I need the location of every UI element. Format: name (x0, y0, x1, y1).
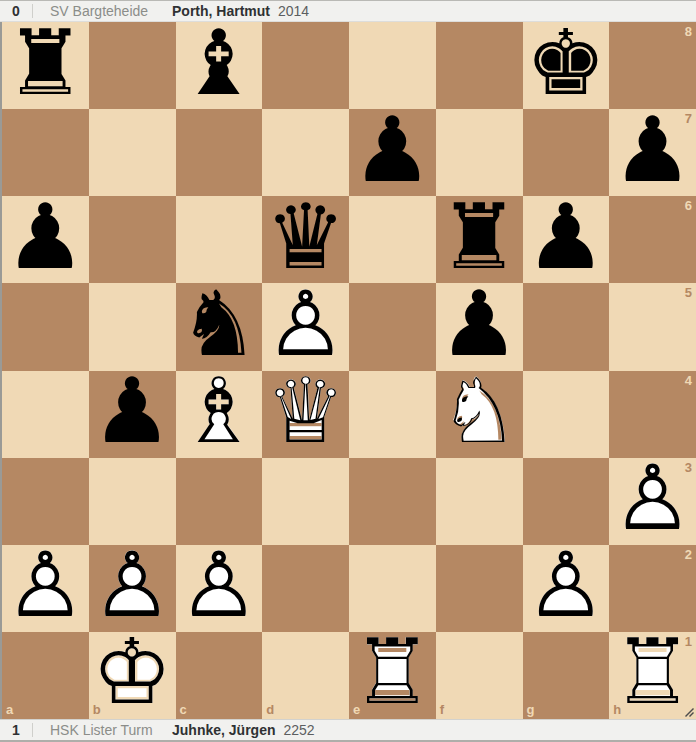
square-d5[interactable]: ♟♙ (262, 283, 349, 370)
square-a4[interactable] (2, 371, 89, 458)
white-player-name: Juhnke, Jürgen (172, 722, 275, 738)
square-d1[interactable]: d (262, 632, 349, 719)
square-b3[interactable] (89, 458, 176, 545)
black-player-name: Porth, Hartmut (172, 3, 270, 19)
black-team-name: SV Bargteheide (50, 3, 172, 19)
piece-white-pawn[interactable]: ♟♙ (176, 545, 263, 632)
square-h6[interactable]: 6 (609, 196, 696, 283)
square-g2[interactable]: ♟♙ (523, 545, 610, 632)
square-b1[interactable]: ♚♔b (89, 632, 176, 719)
piece-black-king[interactable]: ♚ (523, 22, 610, 109)
square-c2[interactable]: ♟♙ (176, 545, 263, 632)
square-g3[interactable] (523, 458, 610, 545)
square-a1[interactable]: a (2, 632, 89, 719)
square-f3[interactable] (436, 458, 523, 545)
square-c5[interactable]: ♞ (176, 283, 263, 370)
piece-black-pawn[interactable]: ♟ (349, 109, 436, 196)
square-f7[interactable] (436, 109, 523, 196)
coordinate-rank-6: 6 (685, 199, 692, 212)
square-e4[interactable] (349, 371, 436, 458)
piece-black-pawn[interactable]: ♟ (523, 196, 610, 283)
square-h3[interactable]: ♟♙3 (609, 458, 696, 545)
square-f8[interactable] (436, 22, 523, 109)
square-f1[interactable]: f (436, 632, 523, 719)
square-d3[interactable] (262, 458, 349, 545)
square-c1[interactable]: c (176, 632, 263, 719)
square-e7[interactable]: ♟ (349, 109, 436, 196)
square-d2[interactable] (262, 545, 349, 632)
square-a6[interactable]: ♟ (2, 196, 89, 283)
coordinate-file-b: b (93, 703, 101, 716)
piece-black-pawn[interactable]: ♟ (89, 371, 176, 458)
coordinate-file-h: h (613, 703, 621, 716)
piece-white-rook[interactable]: ♜♖ (349, 632, 436, 719)
black-player-rating: 2014 (278, 3, 309, 19)
square-e5[interactable] (349, 283, 436, 370)
square-e6[interactable] (349, 196, 436, 283)
coordinate-file-a: a (6, 703, 13, 716)
square-c8[interactable]: ♝ (176, 22, 263, 109)
square-c4[interactable]: ♝♗ (176, 371, 263, 458)
square-g8[interactable]: ♚ (523, 22, 610, 109)
square-f4[interactable]: ♞♘ (436, 371, 523, 458)
white-team-name: HSK Lister Turm (50, 722, 172, 738)
square-h4[interactable]: 4 (609, 371, 696, 458)
piece-white-queen[interactable]: ♛♕ (262, 371, 349, 458)
square-h8[interactable]: 8 (609, 22, 696, 109)
coordinate-rank-5: 5 (685, 286, 692, 299)
square-d4[interactable]: ♛♕ (262, 371, 349, 458)
coordinate-rank-4: 4 (685, 374, 692, 387)
square-b7[interactable] (89, 109, 176, 196)
chess-board: ♜♝♚8♟♟7♟♛♜♟6♞♟♙♟5♟♝♗♛♕♞♘4♟♙3♟♙♟♙♟♙♟♙2a♚♔… (2, 22, 696, 719)
piece-black-rook[interactable]: ♜ (2, 22, 89, 109)
coordinate-file-e: e (353, 703, 360, 716)
square-a2[interactable]: ♟♙ (2, 545, 89, 632)
piece-black-knight[interactable]: ♞ (176, 283, 263, 370)
square-b8[interactable] (89, 22, 176, 109)
piece-white-pawn[interactable]: ♟♙ (609, 458, 696, 545)
square-b2[interactable]: ♟♙ (89, 545, 176, 632)
piece-white-pawn[interactable]: ♟♙ (523, 545, 610, 632)
white-score-bar: 1 HSK Lister Turm Juhnke, Jürgen 2252 (0, 719, 696, 742)
square-c6[interactable] (176, 196, 263, 283)
coordinate-rank-8: 8 (685, 25, 692, 38)
piece-white-bishop[interactable]: ♝♗ (176, 371, 263, 458)
square-f2[interactable] (436, 545, 523, 632)
square-d6[interactable]: ♛ (262, 196, 349, 283)
piece-black-queen[interactable]: ♛ (262, 196, 349, 283)
white-score: 1 (0, 722, 32, 738)
square-h2[interactable]: 2 (609, 545, 696, 632)
square-g1[interactable]: g (523, 632, 610, 719)
square-h7[interactable]: ♟7 (609, 109, 696, 196)
square-g4[interactable] (523, 371, 610, 458)
square-d7[interactable] (262, 109, 349, 196)
square-d8[interactable] (262, 22, 349, 109)
piece-white-knight[interactable]: ♞♘ (436, 371, 523, 458)
resize-grip-icon[interactable] (682, 705, 695, 718)
piece-white-pawn[interactable]: ♟♙ (89, 545, 176, 632)
square-f5[interactable]: ♟ (436, 283, 523, 370)
square-a3[interactable] (2, 458, 89, 545)
square-a7[interactable] (2, 109, 89, 196)
square-c7[interactable] (176, 109, 263, 196)
square-f6[interactable]: ♜ (436, 196, 523, 283)
piece-black-pawn[interactable]: ♟ (2, 196, 89, 283)
square-b4[interactable]: ♟ (89, 371, 176, 458)
piece-white-pawn[interactable]: ♟♙ (2, 545, 89, 632)
piece-black-rook[interactable]: ♜ (436, 196, 523, 283)
square-e8[interactable] (349, 22, 436, 109)
black-score: 0 (0, 3, 32, 19)
white-player-rating: 2252 (283, 722, 314, 738)
chess-board-container: ♜♝♚8♟♟7♟♛♜♟6♞♟♙♟5♟♝♗♛♕♞♘4♟♙3♟♙♟♙♟♙♟♙2a♚♔… (0, 22, 696, 719)
coordinate-rank-1: 1 (685, 635, 692, 648)
coordinate-file-f: f (440, 703, 444, 716)
square-g6[interactable]: ♟ (523, 196, 610, 283)
piece-white-pawn[interactable]: ♟♙ (262, 283, 349, 370)
score-bar-divider (32, 723, 33, 737)
square-e3[interactable] (349, 458, 436, 545)
coordinate-rank-3: 3 (685, 461, 692, 474)
square-b5[interactable] (89, 283, 176, 370)
coordinate-rank-2: 2 (685, 548, 692, 561)
piece-black-pawn[interactable]: ♟ (436, 283, 523, 370)
square-c3[interactable] (176, 458, 263, 545)
score-bar-divider (32, 4, 33, 18)
coordinate-file-d: d (266, 703, 274, 716)
piece-black-bishop[interactable]: ♝ (176, 22, 263, 109)
square-g7[interactable] (523, 109, 610, 196)
black-score-bar: 0 SV Bargteheide Porth, Hartmut 2014 (0, 0, 696, 22)
coordinate-file-g: g (527, 703, 535, 716)
square-a5[interactable] (2, 283, 89, 370)
square-g5[interactable] (523, 283, 610, 370)
square-b6[interactable] (89, 196, 176, 283)
square-e2[interactable] (349, 545, 436, 632)
coordinate-rank-7: 7 (685, 112, 692, 125)
square-h5[interactable]: 5 (609, 283, 696, 370)
piece-black-pawn[interactable]: ♟ (609, 109, 696, 196)
piece-white-king[interactable]: ♚♔ (89, 632, 176, 719)
coordinate-file-c: c (180, 703, 187, 716)
square-a8[interactable]: ♜ (2, 22, 89, 109)
square-e1[interactable]: ♜♖e (349, 632, 436, 719)
